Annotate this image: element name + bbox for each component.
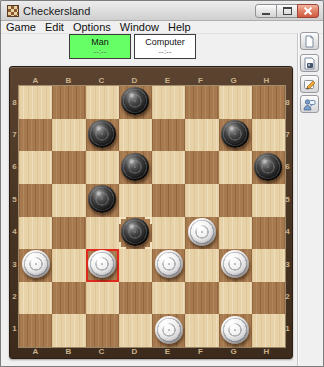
chat-person-icon [303, 98, 316, 111]
square-g1[interactable] [219, 314, 252, 347]
square-h2[interactable] [252, 282, 285, 315]
square-c3[interactable] [86, 249, 119, 282]
square-h4[interactable] [252, 217, 285, 250]
black-checker-d6[interactable] [121, 152, 149, 180]
coord-label-g: G [217, 347, 250, 356]
square-e5[interactable] [152, 184, 185, 217]
square-d4[interactable] [119, 217, 152, 250]
menu-item-options[interactable]: Options [73, 21, 111, 33]
coord-label-f: F [184, 347, 217, 356]
square-d8[interactable] [119, 86, 152, 119]
title-bar: Checkersland [1, 1, 323, 21]
square-e3[interactable] [152, 249, 185, 282]
square-g4[interactable] [219, 217, 252, 250]
coord-label-c: C [85, 347, 118, 356]
menu-item-help[interactable]: Help [168, 21, 191, 33]
square-b4[interactable] [52, 217, 85, 250]
coord-label-b: B [52, 347, 85, 356]
square-f1[interactable] [185, 314, 218, 347]
new-document-button[interactable] [300, 32, 319, 50]
square-c2[interactable] [86, 282, 119, 315]
square-b1[interactable] [52, 314, 85, 347]
white-checker-g3[interactable] [221, 250, 249, 278]
square-a8[interactable] [19, 86, 52, 119]
diagram-icon [303, 57, 316, 70]
close-button[interactable] [297, 4, 319, 18]
square-e6[interactable] [152, 151, 185, 184]
square-b2[interactable] [52, 282, 85, 315]
computer-clock: --:-- [159, 47, 172, 56]
black-checker-g7[interactable] [221, 120, 249, 148]
square-b3[interactable] [52, 249, 85, 282]
square-h6[interactable] [252, 151, 285, 184]
maximize-button[interactable] [276, 4, 298, 18]
black-checker-c7[interactable] [88, 120, 116, 148]
square-g8[interactable] [219, 86, 252, 119]
square-c5[interactable] [86, 184, 119, 217]
rank-labels-left: 87654321 [10, 86, 19, 345]
window-title: Checkersland [23, 5, 256, 17]
square-d3[interactable] [119, 249, 152, 282]
maximize-icon [283, 7, 292, 15]
file-labels-bottom: ABCDEFGH [19, 346, 283, 357]
square-f8[interactable] [185, 86, 218, 119]
coord-label-1: 1 [10, 313, 19, 345]
square-a3[interactable] [19, 249, 52, 282]
diagram-button[interactable] [300, 54, 319, 72]
minimize-icon [262, 13, 270, 15]
square-f6[interactable] [185, 151, 218, 184]
square-c7[interactable] [86, 119, 119, 152]
coord-label-a: A [19, 347, 52, 356]
new-document-icon [303, 35, 316, 48]
square-h5[interactable] [252, 184, 285, 217]
coord-label-a: A [19, 76, 52, 85]
square-c1[interactable] [86, 314, 119, 347]
coord-label-g: G [217, 76, 250, 85]
man-label: Man [91, 37, 109, 47]
coord-label-f: F [184, 76, 217, 85]
player-panel-man: Man --:-- [69, 34, 131, 59]
black-checker-h6[interactable] [254, 152, 282, 180]
menu-item-edit[interactable]: Edit [45, 21, 64, 33]
coord-label-e: E [151, 347, 184, 356]
square-f2[interactable] [185, 282, 218, 315]
square-d1[interactable] [119, 314, 152, 347]
white-checker-c3[interactable] [88, 250, 116, 278]
square-e7[interactable] [152, 119, 185, 152]
computer-label: Computer [145, 37, 185, 47]
square-f5[interactable] [185, 184, 218, 217]
square-b8[interactable] [52, 86, 85, 119]
square-g2[interactable] [219, 282, 252, 315]
edit-button[interactable] [300, 75, 319, 93]
coord-label-5: 5 [10, 183, 19, 215]
square-c4[interactable] [86, 217, 119, 250]
square-b5[interactable] [52, 184, 85, 217]
white-checker-f4[interactable] [188, 218, 216, 246]
square-a7[interactable] [19, 119, 52, 152]
square-h1[interactable] [252, 314, 285, 347]
white-checker-g1[interactable] [221, 316, 249, 344]
coord-label-2: 2 [10, 280, 19, 312]
coord-label-b: B [52, 76, 85, 85]
black-checker-d4[interactable] [121, 218, 149, 246]
square-e2[interactable] [152, 282, 185, 315]
square-c6[interactable] [86, 151, 119, 184]
square-a1[interactable] [19, 314, 52, 347]
square-h7[interactable] [252, 119, 285, 152]
menu-item-window[interactable]: Window [120, 21, 159, 33]
square-g7[interactable] [219, 119, 252, 152]
square-h8[interactable] [252, 86, 285, 119]
coord-label-d: D [118, 76, 151, 85]
window-controls [256, 4, 319, 18]
square-f4[interactable] [185, 217, 218, 250]
edit-pencil-icon [303, 78, 316, 91]
coord-label-6: 6 [10, 151, 19, 183]
square-c8[interactable] [86, 86, 119, 119]
square-a2[interactable] [19, 282, 52, 315]
toolbar-separator [297, 33, 299, 366]
square-f7[interactable] [185, 119, 218, 152]
square-d6[interactable] [119, 151, 152, 184]
chat-button[interactable] [300, 95, 319, 113]
coord-label-7: 7 [10, 118, 19, 150]
coord-label-8: 8 [10, 86, 19, 118]
checkers-board: ABCDEFGH ABCDEFGH 87654321 87654321 [9, 66, 293, 359]
coord-label-3: 3 [10, 248, 19, 280]
highlight-corner-br [145, 242, 152, 249]
coord-label-h: H [250, 76, 283, 85]
coord-label-e: E [151, 76, 184, 85]
square-d5[interactable] [119, 184, 152, 217]
app-icon [7, 5, 19, 17]
square-g3[interactable] [219, 249, 252, 282]
black-checker-c5[interactable] [88, 185, 116, 213]
man-clock: --:-- [94, 47, 107, 56]
player-panel-computer: Computer --:-- [134, 34, 196, 59]
square-g5[interactable] [219, 184, 252, 217]
file-labels-top: ABCDEFGH [19, 69, 283, 85]
square-e1[interactable] [152, 314, 185, 347]
coord-label-c: C [85, 76, 118, 85]
menu-item-game[interactable]: Game [6, 21, 36, 33]
square-e8[interactable] [152, 86, 185, 119]
square-a6[interactable] [19, 151, 52, 184]
menu-bar: GameEditOptionsWindowHelp [1, 21, 323, 34]
app-window: Checkersland GameEditOptionsWindowHelp M… [0, 0, 324, 367]
coord-label-4: 4 [10, 216, 19, 248]
square-e4[interactable] [152, 217, 185, 250]
white-checker-e1[interactable] [155, 316, 183, 344]
square-a5[interactable] [19, 184, 52, 217]
board-grid [19, 86, 285, 347]
square-d2[interactable] [119, 282, 152, 315]
square-h3[interactable] [252, 249, 285, 282]
square-b6[interactable] [52, 151, 85, 184]
white-checker-a3[interactable] [22, 250, 50, 278]
square-d7[interactable] [119, 119, 152, 152]
minimize-button[interactable] [255, 4, 277, 18]
highlight-corner-bl [119, 242, 126, 249]
square-b7[interactable] [52, 119, 85, 152]
black-checker-d8[interactable] [121, 87, 149, 115]
coord-label-h: H [250, 347, 283, 356]
square-a4[interactable] [19, 217, 52, 250]
square-g6[interactable] [219, 151, 252, 184]
close-icon [303, 6, 313, 16]
square-f3[interactable] [185, 249, 218, 282]
white-checker-e3[interactable] [155, 250, 183, 278]
coord-label-d: D [118, 347, 151, 356]
